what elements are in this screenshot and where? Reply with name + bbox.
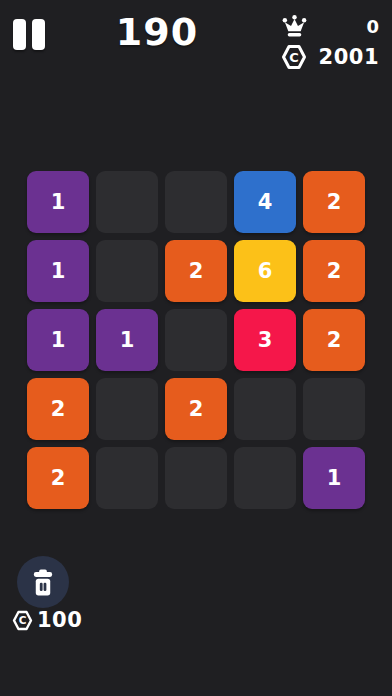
- tile-4[interactable]: 4: [234, 171, 296, 233]
- empty-cell[interactable]: [165, 309, 227, 371]
- tile-1[interactable]: 1: [27, 309, 89, 371]
- tile-1[interactable]: 1: [27, 240, 89, 302]
- crown-count: 0: [366, 16, 379, 37]
- tile-2[interactable]: 2: [165, 240, 227, 302]
- tile-1[interactable]: 1: [96, 309, 158, 371]
- trash-cost-value: 100: [37, 608, 82, 632]
- crown-counter: 0: [281, 11, 379, 41]
- coin-icon: C: [281, 44, 307, 70]
- crown-icon: [281, 14, 308, 38]
- pause-icon: [32, 19, 45, 50]
- tile-3[interactable]: 3: [234, 309, 296, 371]
- empty-cell[interactable]: [165, 171, 227, 233]
- score-display: 190: [100, 10, 214, 54]
- pause-icon: [13, 19, 26, 50]
- svg-text:C: C: [289, 50, 299, 65]
- tile-1[interactable]: 1: [27, 171, 89, 233]
- tile-2[interactable]: 2: [27, 378, 89, 440]
- svg-text:C: C: [19, 614, 27, 626]
- trash-cost: C 100: [12, 608, 82, 632]
- tile-2[interactable]: 2: [165, 378, 227, 440]
- empty-cell[interactable]: [234, 378, 296, 440]
- coin-icon: C: [12, 610, 33, 631]
- currency-panel: 0 C 2001: [281, 11, 379, 72]
- coin-count: 2001: [319, 45, 379, 69]
- tile-6[interactable]: 6: [234, 240, 296, 302]
- tile-2[interactable]: 2: [303, 240, 365, 302]
- empty-cell[interactable]: [96, 171, 158, 233]
- empty-cell[interactable]: [303, 378, 365, 440]
- tile-2[interactable]: 2: [303, 309, 365, 371]
- trash-button[interactable]: [17, 556, 69, 608]
- empty-cell[interactable]: [96, 240, 158, 302]
- empty-cell[interactable]: [234, 447, 296, 509]
- tile-2[interactable]: 2: [27, 447, 89, 509]
- pause-button[interactable]: [13, 19, 47, 51]
- tile-1[interactable]: 1: [303, 447, 365, 509]
- trash-icon: [31, 569, 55, 596]
- board: 142126211322221: [27, 171, 365, 509]
- empty-cell[interactable]: [165, 447, 227, 509]
- tile-2[interactable]: 2: [303, 171, 365, 233]
- empty-cell[interactable]: [96, 447, 158, 509]
- empty-cell[interactable]: [96, 378, 158, 440]
- coin-counter: C 2001: [281, 42, 379, 72]
